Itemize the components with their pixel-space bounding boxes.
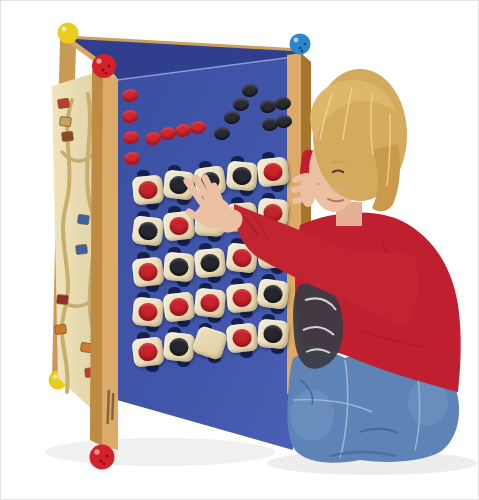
nostril [317,183,319,185]
child-head [309,69,407,226]
child [0,0,479,500]
product-photo [0,0,479,500]
cheek [331,185,345,193]
